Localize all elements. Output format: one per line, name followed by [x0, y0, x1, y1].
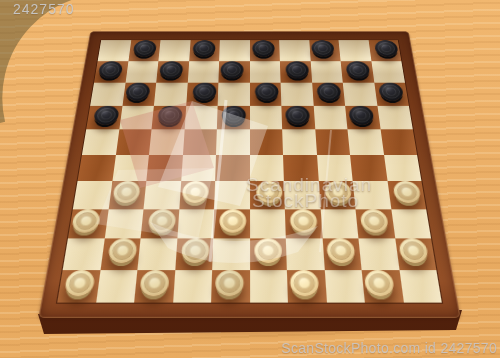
- square-18[interactable]: [217, 105, 250, 129]
- white-piece-sq37[interactable]: [148, 209, 177, 232]
- square-44[interactable]: [322, 238, 361, 269]
- black-piece-sq6[interactable]: [98, 61, 123, 78]
- square-r3c5: [218, 83, 250, 106]
- white-piece-sq38[interactable]: [219, 209, 246, 232]
- square-r3c7: [281, 83, 314, 106]
- square-r8c4: [177, 209, 214, 238]
- black-piece-sq8[interactable]: [221, 61, 244, 78]
- square-20[interactable]: [345, 105, 380, 129]
- square-33[interactable]: [250, 181, 285, 209]
- white-piece-sq44[interactable]: [326, 239, 355, 264]
- white-piece-sq39[interactable]: [290, 209, 318, 232]
- square-30[interactable]: [350, 155, 387, 181]
- white-piece-sq40[interactable]: [360, 209, 389, 232]
- white-piece-sq35[interactable]: [392, 181, 421, 203]
- square-r2c10: [371, 61, 405, 83]
- square-42[interactable]: [175, 238, 213, 269]
- watermark-bottom-text: ScanStockPhoto.com id 2427570: [281, 340, 497, 356]
- square-r3c9: [343, 83, 377, 106]
- black-piece-sq2[interactable]: [192, 40, 215, 56]
- square-r1c3: [158, 40, 190, 61]
- square-50[interactable]: [362, 270, 404, 303]
- square-29[interactable]: [283, 155, 318, 181]
- square-32[interactable]: [179, 181, 215, 209]
- square-r5c1: [82, 129, 119, 154]
- square-5[interactable]: [368, 40, 401, 61]
- square-26[interactable]: [78, 155, 116, 181]
- white-piece-sq43[interactable]: [254, 239, 282, 264]
- square-r9c3: [137, 238, 176, 269]
- black-piece-sq20[interactable]: [348, 106, 374, 125]
- square-r9c1: [63, 238, 105, 269]
- square-43[interactable]: [250, 238, 287, 269]
- square-19[interactable]: [281, 105, 314, 129]
- black-piece-sq14[interactable]: [316, 83, 341, 101]
- square-36[interactable]: [68, 209, 108, 238]
- square-21[interactable]: [116, 129, 152, 154]
- square-r7c9: [353, 181, 391, 209]
- square-17[interactable]: [152, 105, 186, 129]
- square-r2c8: [310, 61, 343, 83]
- square-34[interactable]: [318, 181, 355, 209]
- square-r6c6: [250, 155, 284, 181]
- black-piece-sq18[interactable]: [222, 106, 246, 125]
- white-piece-sq46[interactable]: [64, 270, 96, 296]
- square-r9c9: [358, 238, 398, 269]
- white-piece-sq45[interactable]: [398, 239, 429, 264]
- square-41[interactable]: [100, 238, 140, 269]
- black-piece-sq4[interactable]: [311, 40, 335, 56]
- square-r1c9: [339, 40, 371, 61]
- square-9[interactable]: [280, 61, 312, 83]
- square-8[interactable]: [218, 61, 249, 83]
- square-47[interactable]: [134, 270, 175, 303]
- square-14[interactable]: [312, 83, 345, 106]
- white-piece-sq33[interactable]: [256, 181, 282, 203]
- square-r8c10: [391, 209, 431, 238]
- square-24[interactable]: [315, 129, 350, 154]
- square-22[interactable]: [183, 129, 217, 154]
- black-piece-sq11[interactable]: [125, 83, 151, 101]
- square-48[interactable]: [211, 270, 249, 303]
- square-39[interactable]: [285, 209, 322, 238]
- square-r2c2: [125, 61, 158, 83]
- black-piece-sq7[interactable]: [159, 61, 183, 78]
- square-16[interactable]: [86, 105, 122, 129]
- square-r7c3: [144, 181, 181, 209]
- square-r8c6: [250, 209, 286, 238]
- square-r9c5: [212, 238, 249, 269]
- square-3[interactable]: [250, 40, 280, 61]
- square-15[interactable]: [374, 83, 409, 106]
- square-r6c4: [181, 155, 216, 181]
- square-2[interactable]: [189, 40, 220, 61]
- square-r4c6: [250, 105, 283, 129]
- square-40[interactable]: [355, 209, 394, 238]
- black-piece-sq1[interactable]: [132, 40, 156, 56]
- square-r6c2: [112, 155, 149, 181]
- square-r10c2: [96, 270, 138, 303]
- square-r5c9: [347, 129, 383, 154]
- watermark-id-text: 2427570: [13, 1, 75, 17]
- square-r8c8: [320, 209, 358, 238]
- square-r7c5: [214, 181, 249, 209]
- square-r1c7: [279, 40, 310, 61]
- square-r10c10: [399, 270, 442, 303]
- square-13[interactable]: [250, 83, 282, 106]
- square-1[interactable]: [128, 40, 160, 61]
- square-46[interactable]: [57, 270, 100, 303]
- square-r5c7: [282, 129, 316, 154]
- square-12[interactable]: [186, 83, 219, 106]
- square-r4c2: [119, 105, 154, 129]
- draughts-board: [38, 31, 460, 318]
- white-piece-sq50[interactable]: [364, 270, 395, 296]
- black-piece-sq16[interactable]: [93, 106, 120, 125]
- black-piece-sq19[interactable]: [285, 106, 310, 125]
- white-piece-sq41[interactable]: [107, 239, 137, 264]
- white-piece-sq47[interactable]: [140, 270, 170, 296]
- square-25[interactable]: [380, 129, 417, 154]
- square-r8c2: [104, 209, 143, 238]
- photo-scene: 2427570 Scandinavian StockPhoto ScanStoc…: [0, 0, 500, 358]
- square-r4c4: [184, 105, 217, 129]
- board-grid: [57, 40, 442, 302]
- square-r2c4: [187, 61, 219, 83]
- black-piece-sq3[interactable]: [252, 40, 275, 56]
- square-r10c6: [250, 270, 288, 303]
- square-r10c8: [324, 270, 365, 303]
- square-r5c3: [149, 129, 184, 154]
- square-49[interactable]: [287, 270, 327, 303]
- square-4[interactable]: [309, 40, 341, 61]
- square-r9c7: [286, 238, 324, 269]
- square-r5c5: [216, 129, 250, 154]
- square-38[interactable]: [213, 209, 249, 238]
- square-r7c7: [284, 181, 320, 209]
- square-10[interactable]: [341, 61, 374, 83]
- white-piece-sq34[interactable]: [324, 181, 352, 203]
- square-37[interactable]: [141, 209, 179, 238]
- black-piece-sq5[interactable]: [374, 40, 399, 56]
- white-piece-sq48[interactable]: [215, 270, 244, 296]
- square-r3c1: [90, 83, 125, 106]
- square-r1c1: [98, 40, 131, 61]
- square-27[interactable]: [146, 155, 182, 181]
- board-frame: [38, 31, 460, 318]
- square-31[interactable]: [108, 181, 146, 209]
- black-piece-sq9[interactable]: [286, 61, 310, 78]
- white-piece-sq49[interactable]: [290, 270, 319, 296]
- black-piece-sq17[interactable]: [157, 106, 183, 125]
- square-r6c10: [384, 155, 422, 181]
- square-r4c8: [313, 105, 347, 129]
- square-11[interactable]: [122, 83, 156, 106]
- white-piece-sq42[interactable]: [181, 239, 210, 264]
- square-r2c6: [250, 61, 281, 83]
- square-35[interactable]: [387, 181, 426, 209]
- square-r7c1: [73, 181, 112, 209]
- black-piece-sq13[interactable]: [255, 83, 279, 101]
- square-r1c5: [219, 40, 249, 61]
- white-piece-sq31[interactable]: [112, 181, 141, 203]
- square-r6c8: [317, 155, 353, 181]
- black-piece-sq12[interactable]: [192, 83, 216, 101]
- square-23[interactable]: [250, 129, 284, 154]
- square-7[interactable]: [156, 61, 189, 83]
- square-r4c10: [377, 105, 413, 129]
- square-28[interactable]: [215, 155, 249, 181]
- square-6[interactable]: [94, 61, 128, 83]
- square-r3c3: [154, 83, 187, 106]
- black-piece-sq10[interactable]: [346, 61, 371, 78]
- square-r10c4: [173, 270, 213, 303]
- white-piece-sq32[interactable]: [181, 181, 208, 203]
- black-piece-sq15[interactable]: [378, 83, 404, 101]
- square-45[interactable]: [395, 238, 437, 269]
- white-piece-sq36[interactable]: [71, 209, 101, 232]
